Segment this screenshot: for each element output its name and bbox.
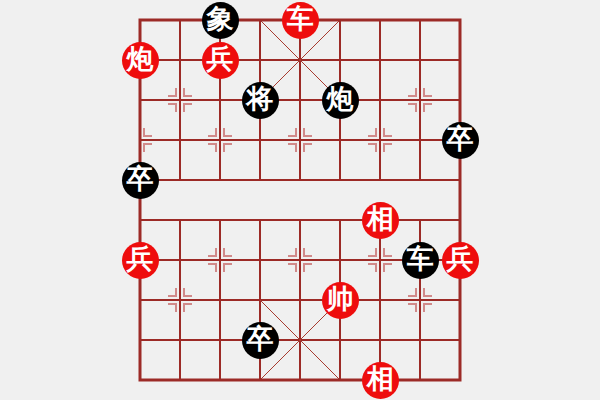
board-point-c0r8 — [120, 320, 160, 360]
board-point-c2r9 — [200, 360, 240, 400]
board-point-c2r4 — [200, 160, 240, 200]
board-point-c8r4 — [440, 160, 480, 200]
board-point-c6r1 — [360, 40, 400, 80]
board-point-c3r7 — [240, 280, 280, 320]
board-point-c4r1 — [280, 40, 320, 80]
board-point-c3r0 — [240, 0, 280, 40]
board-point-c5r3 — [320, 120, 360, 160]
red-soldier-2[interactable]: 兵 — [122, 242, 159, 279]
board-point-c1r1 — [160, 40, 200, 80]
black-soldier-1[interactable]: 卒 — [442, 122, 479, 159]
board-point-c2r7 — [200, 280, 240, 320]
board-point-c6r9: 相 — [360, 360, 400, 400]
board-point-c5r8 — [320, 320, 360, 360]
red-soldier-1[interactable]: 兵 — [202, 42, 239, 79]
red-general[interactable]: 帅 — [322, 282, 359, 319]
board-point-c1r6 — [160, 240, 200, 280]
board-point-c4r7 — [280, 280, 320, 320]
board-point-c6r0 — [360, 0, 400, 40]
board-point-c6r8 — [360, 320, 400, 360]
red-cannon[interactable]: 炮 — [122, 42, 159, 79]
board-point-c8r3: 卒 — [440, 120, 480, 160]
board-point-c0r2 — [120, 80, 160, 120]
black-chariot[interactable]: 车 — [402, 242, 439, 279]
red-elephant-2[interactable]: 相 — [362, 362, 399, 399]
black-soldier-3[interactable]: 卒 — [242, 322, 279, 359]
board-point-c3r6 — [240, 240, 280, 280]
board-point-c8r7 — [440, 280, 480, 320]
board-point-c5r7: 帅 — [320, 280, 360, 320]
board-point-c3r1 — [240, 40, 280, 80]
red-elephant-1[interactable]: 相 — [362, 202, 399, 239]
board-point-c8r1 — [440, 40, 480, 80]
black-soldier-2[interactable]: 卒 — [122, 162, 159, 199]
board-point-c5r1 — [320, 40, 360, 80]
board-point-c0r5 — [120, 200, 160, 240]
board-point-c4r6 — [280, 240, 320, 280]
board-point-c6r3 — [360, 120, 400, 160]
board-point-c1r4 — [160, 160, 200, 200]
board-point-c0r7 — [120, 280, 160, 320]
board-point-c4r5 — [280, 200, 320, 240]
board-point-c7r6: 车 — [400, 240, 440, 280]
board-point-c2r0: 象 — [200, 0, 240, 40]
board-point-c2r8 — [200, 320, 240, 360]
board-point-c6r5: 相 — [360, 200, 400, 240]
board-point-c4r8 — [280, 320, 320, 360]
board-point-c0r1: 炮 — [120, 40, 160, 80]
board-point-c8r0 — [440, 0, 480, 40]
board-point-c1r5 — [160, 200, 200, 240]
board-point-c8r9 — [440, 360, 480, 400]
board-point-c7r3 — [400, 120, 440, 160]
board-point-c5r4 — [320, 160, 360, 200]
board-point-c1r8 — [160, 320, 200, 360]
board-point-c1r0 — [160, 0, 200, 40]
black-general[interactable]: 将 — [242, 82, 279, 119]
black-elephant[interactable]: 象 — [202, 2, 239, 39]
board-point-c0r3 — [120, 120, 160, 160]
board-point-c3r9 — [240, 360, 280, 400]
board-point-c2r6 — [200, 240, 240, 280]
board-point-c7r8 — [400, 320, 440, 360]
board-point-c6r7 — [360, 280, 400, 320]
board-point-c0r9 — [120, 360, 160, 400]
board-point-c1r7 — [160, 280, 200, 320]
board-point-c5r6 — [320, 240, 360, 280]
board-point-c6r4 — [360, 160, 400, 200]
board-point-c0r4: 卒 — [120, 160, 160, 200]
board-point-c6r6 — [360, 240, 400, 280]
board-point-c5r9 — [320, 360, 360, 400]
board-point-c3r4 — [240, 160, 280, 200]
board-point-c1r2 — [160, 80, 200, 120]
board-point-c5r5 — [320, 200, 360, 240]
xiangqi-position-screenshot: 象车炮兵将炮卒卒相兵车兵帅卒相 — [0, 0, 600, 400]
board-point-c7r9 — [400, 360, 440, 400]
board-point-c5r2: 炮 — [320, 80, 360, 120]
board-point-c4r3 — [280, 120, 320, 160]
board-point-c7r4 — [400, 160, 440, 200]
board-point-c7r1 — [400, 40, 440, 80]
red-soldier-3[interactable]: 兵 — [442, 242, 479, 279]
board-point-c2r5 — [200, 200, 240, 240]
board-point-c5r0 — [320, 0, 360, 40]
board-point-c2r3 — [200, 120, 240, 160]
board-point-c3r8: 卒 — [240, 320, 280, 360]
board-point-c0r6: 兵 — [120, 240, 160, 280]
board-point-c7r7 — [400, 280, 440, 320]
board-point-c1r3 — [160, 120, 200, 160]
board-point-c8r2 — [440, 80, 480, 120]
board-point-c7r2 — [400, 80, 440, 120]
board-point-c3r5 — [240, 200, 280, 240]
board-point-c4r9 — [280, 360, 320, 400]
board-point-c3r3 — [240, 120, 280, 160]
board-point-c8r8 — [440, 320, 480, 360]
board-point-c1r9 — [160, 360, 200, 400]
board-point-c0r0 — [120, 0, 160, 40]
board-point-c4r0: 车 — [280, 0, 320, 40]
red-chariot[interactable]: 车 — [282, 2, 319, 39]
xiangqi-board: 象车炮兵将炮卒卒相兵车兵帅卒相 — [120, 0, 480, 400]
board-point-c2r2 — [200, 80, 240, 120]
board-point-c6r2 — [360, 80, 400, 120]
board-point-c3r2: 将 — [240, 80, 280, 120]
board-point-c4r4 — [280, 160, 320, 200]
board-point-c7r0 — [400, 0, 440, 40]
board-point-c8r5 — [440, 200, 480, 240]
board-point-c7r5 — [400, 200, 440, 240]
board-point-c8r6: 兵 — [440, 240, 480, 280]
board-point-c4r2 — [280, 80, 320, 120]
board-point-c2r1: 兵 — [200, 40, 240, 80]
black-cannon[interactable]: 炮 — [322, 82, 359, 119]
